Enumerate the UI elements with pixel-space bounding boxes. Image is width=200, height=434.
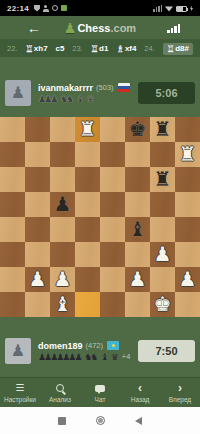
spacer xyxy=(0,108,200,117)
captured-piece-group: ♛ xyxy=(111,352,117,362)
square-e3[interactable] xyxy=(100,242,125,267)
move[interactable]: ♗xf4 xyxy=(116,44,136,54)
square-a7[interactable] xyxy=(0,142,25,167)
android-nav-bar xyxy=(0,407,200,434)
move-number: 23. xyxy=(72,44,82,53)
move-piece-icon: ♗ xyxy=(116,44,124,54)
avatar-bottom[interactable]: ♟ xyxy=(5,338,31,364)
move-selected[interactable]: ♖d8# xyxy=(163,43,193,55)
square-c8[interactable] xyxy=(50,117,75,142)
chat-bubble-icon xyxy=(95,383,105,394)
logo-text-chess: Chess xyxy=(77,22,110,34)
player-name-bottom: domen189 xyxy=(38,341,83,351)
status-time: 22:14 xyxy=(7,4,29,13)
square-f3[interactable] xyxy=(125,242,150,267)
white-pawn-f2: ♟ xyxy=(125,267,150,292)
flag-icon-bottom xyxy=(107,341,119,350)
captured-pieces-top: ♟♟♟♞♞♝♛ xyxy=(38,94,138,104)
square-e7[interactable] xyxy=(100,142,125,167)
nav-forward[interactable]: › Вперед xyxy=(160,383,200,403)
square-c2[interactable]: ♟ xyxy=(50,267,75,292)
android-status-bar: 22:14 xyxy=(0,0,200,16)
nav-label-chat: Чат xyxy=(95,396,106,403)
spacer xyxy=(0,317,200,336)
square-g7[interactable] xyxy=(150,142,175,167)
square-h3[interactable] xyxy=(175,242,200,267)
captured-piece-group: ♞♞ xyxy=(60,94,72,104)
square-a4[interactable] xyxy=(0,217,25,242)
nav-chat[interactable]: Чат xyxy=(80,383,120,403)
square-c4[interactable] xyxy=(50,217,75,242)
white-king-g1: ♚ xyxy=(150,292,175,317)
clock-top: 5:06 xyxy=(138,82,195,104)
square-h5[interactable] xyxy=(175,192,200,217)
forward-chevron-icon: › xyxy=(178,383,182,394)
square-g2[interactable] xyxy=(150,267,175,292)
square-g4[interactable] xyxy=(150,217,175,242)
back-arrow-button[interactable]: ← xyxy=(27,16,41,40)
player-rating-bottom: (472) xyxy=(86,341,104,350)
shield-notification-icon xyxy=(34,5,40,12)
cellular-signal-icon xyxy=(153,5,162,12)
nav-label-back: Назад xyxy=(131,396,150,403)
square-f1[interactable] xyxy=(125,292,150,317)
square-f7[interactable] xyxy=(125,142,150,167)
captured-piece-group: ♛ xyxy=(86,94,92,104)
spacer xyxy=(0,57,200,78)
player-info-bottom[interactable]: domen189 (472) ♟♟♟♟♟♟♟♞♞♝♛+4 xyxy=(38,341,138,362)
square-a6[interactable] xyxy=(0,167,25,192)
square-h4[interactable] xyxy=(175,217,200,242)
square-f2[interactable]: ♟ xyxy=(125,267,150,292)
square-b7[interactable] xyxy=(25,142,50,167)
black-bishop-f4: ♝ xyxy=(125,217,150,242)
flag-icon-top xyxy=(118,83,130,92)
move[interactable]: c5 xyxy=(56,44,65,53)
move-number: 24. xyxy=(144,44,154,53)
captured-piece-group: ♟♟♟ xyxy=(38,94,56,104)
white-pawn-h2: ♟ xyxy=(175,267,200,292)
square-e5[interactable] xyxy=(100,192,125,217)
move-piece-icon: ♖ xyxy=(167,44,175,54)
square-a3[interactable] xyxy=(0,242,25,267)
move-piece-icon: ♖ xyxy=(91,44,99,54)
square-a1[interactable] xyxy=(0,292,25,317)
square-d7[interactable] xyxy=(75,142,100,167)
white-bishop-c1: ♝ xyxy=(50,292,75,317)
white-pawn-c2: ♟ xyxy=(50,267,75,292)
move[interactable]: ♖d1 xyxy=(91,44,109,54)
square-c5[interactable]: ♟ xyxy=(50,192,75,217)
android-back-button[interactable] xyxy=(135,417,142,425)
nav-label-settings: Настройки xyxy=(4,396,36,403)
white-pawn-g3: ♟ xyxy=(150,242,175,267)
square-g1[interactable]: ♚ xyxy=(150,292,175,317)
square-c6[interactable] xyxy=(50,167,75,192)
white-pawn-b2: ♟ xyxy=(25,267,50,292)
square-f8[interactable]: ♚ xyxy=(125,117,150,142)
analysis-magnifier-icon xyxy=(56,383,64,394)
android-home-button[interactable] xyxy=(96,416,105,425)
square-g8[interactable]: ♜ xyxy=(150,117,175,142)
move-number: 22. xyxy=(7,44,17,53)
move-list: 22.♖xh7c523.♖d1♗xf424.♖d8# xyxy=(0,40,200,57)
black-king-f8: ♚ xyxy=(125,117,150,142)
black-rook-g8: ♜ xyxy=(150,117,175,142)
captured-pieces-bottom: ♟♟♟♟♟♟♟♞♞♝♛+4 xyxy=(38,352,138,362)
square-e6[interactable] xyxy=(100,167,125,192)
person-notification-icon xyxy=(43,5,49,12)
black-rook-g6: ♜ xyxy=(150,167,175,192)
chesscom-logo: ♟ Chess .com xyxy=(64,21,136,35)
square-d8[interactable]: ♜ xyxy=(75,117,100,142)
nav-label-analysis: Анализ xyxy=(49,396,71,403)
chess-board: ♜♚♜♜♜♟♝♟♟♟♟♟♝♚ xyxy=(0,117,200,317)
square-f4[interactable]: ♝ xyxy=(125,217,150,242)
square-e4[interactable] xyxy=(100,217,125,242)
player-row-top: ♟ ivanmakarrrr (503) ♟♟♟♞♞♝♛ 5:06 xyxy=(0,78,200,108)
square-b3[interactable] xyxy=(25,242,50,267)
white-rook-d8: ♜ xyxy=(75,117,100,142)
square-d2[interactable] xyxy=(75,267,100,292)
square-h8[interactable] xyxy=(175,117,200,142)
nav-analysis[interactable]: Анализ xyxy=(40,383,80,403)
square-e2[interactable] xyxy=(100,267,125,292)
square-g6[interactable]: ♜ xyxy=(150,167,175,192)
avatar-pawn-icon: ♟ xyxy=(11,80,25,106)
clock-notification-icon xyxy=(52,5,58,11)
square-g5[interactable] xyxy=(150,192,175,217)
square-b8[interactable] xyxy=(25,117,50,142)
square-h1[interactable] xyxy=(175,292,200,317)
move[interactable]: ♖xh7 xyxy=(25,44,47,54)
square-c1[interactable]: ♝ xyxy=(50,292,75,317)
square-d1[interactable] xyxy=(75,292,100,317)
white-rook-h7: ♜ xyxy=(175,142,200,167)
captured-piece-group: ♟♟♟♟♟♟♟ xyxy=(38,352,80,362)
spacer xyxy=(0,366,200,377)
square-h7[interactable]: ♜ xyxy=(175,142,200,167)
square-b2[interactable]: ♟ xyxy=(25,267,50,292)
move-piece-icon: ♖ xyxy=(25,44,33,54)
square-d6[interactable] xyxy=(75,167,100,192)
nav-back[interactable]: ‹ Назад xyxy=(120,383,160,403)
player-info-top[interactable]: ivanmakarrrr (503) ♟♟♟♞♞♝♛ xyxy=(38,83,138,104)
square-g3[interactable]: ♟ xyxy=(150,242,175,267)
square-h2[interactable]: ♟ xyxy=(175,267,200,292)
charging-bolt-icon xyxy=(190,6,193,12)
avatar-top[interactable]: ♟ xyxy=(5,80,31,106)
square-c3[interactable] xyxy=(50,242,75,267)
square-d4[interactable] xyxy=(75,217,100,242)
square-b1[interactable] xyxy=(25,292,50,317)
player-rating-top: (503) xyxy=(96,83,114,92)
black-pawn-c5: ♟ xyxy=(50,192,75,217)
wifi-icon xyxy=(165,6,173,12)
material-score: +4 xyxy=(122,352,131,361)
square-c7[interactable] xyxy=(50,142,75,167)
nav-settings[interactable]: ☰ Настройки xyxy=(0,383,40,403)
nav-label-forward: Вперед xyxy=(169,396,191,403)
chess-app-screen: 22:14 ← ♟ Chess .com 22.♖xh7c523.♖d1♗xf4… xyxy=(0,0,200,434)
app-header: ← ♟ Chess .com xyxy=(0,16,200,40)
chesscom-pawn-icon: ♟ xyxy=(64,21,77,35)
square-h6[interactable] xyxy=(175,167,200,192)
captured-piece-group: ♞♞ xyxy=(84,352,96,362)
square-d5[interactable] xyxy=(75,192,100,217)
avatar-pawn-icon: ♟ xyxy=(11,338,25,364)
battery-icon xyxy=(176,6,187,12)
square-e1[interactable] xyxy=(100,292,125,317)
square-b4[interactable] xyxy=(25,217,50,242)
square-d3[interactable] xyxy=(75,242,100,267)
back-chevron-icon: ‹ xyxy=(138,383,142,394)
connection-strength-icon xyxy=(167,24,180,33)
square-b6[interactable] xyxy=(25,167,50,192)
settings-list-icon: ☰ xyxy=(16,383,25,394)
square-e8[interactable] xyxy=(100,117,125,142)
player-row-bottom: ♟ domen189 (472) ♟♟♟♟♟♟♟♞♞♝♛+4 7:50 xyxy=(0,336,200,366)
captured-piece-group: ♝ xyxy=(101,352,107,362)
player-name-top: ivanmakarrrr xyxy=(38,83,93,93)
square-b5[interactable] xyxy=(25,192,50,217)
square-a5[interactable] xyxy=(0,192,25,217)
app-notification-icon xyxy=(61,5,67,11)
square-a2[interactable] xyxy=(0,267,25,292)
square-f6[interactable] xyxy=(125,167,150,192)
system-status-icons xyxy=(153,5,193,12)
captured-piece-group: ♝ xyxy=(76,94,82,104)
bottom-nav-bar: ☰ Настройки Анализ Чат ‹ Назад › Вперед xyxy=(0,377,200,407)
logo-text-com: .com xyxy=(110,22,136,34)
square-f5[interactable] xyxy=(125,192,150,217)
clock-bottom: 7:50 xyxy=(138,340,195,362)
notification-icons xyxy=(34,5,67,12)
square-a8[interactable] xyxy=(0,117,25,142)
android-recents-button[interactable] xyxy=(58,417,66,425)
